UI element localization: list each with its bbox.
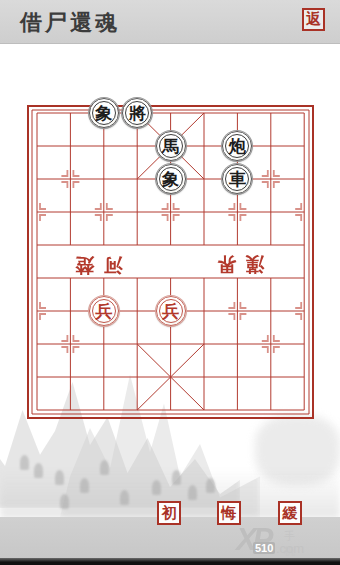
watermark-dotcom: .com: [276, 541, 304, 556]
piece-black-elephant-a[interactable]: 象: [89, 98, 119, 128]
header-bar: 借尸還魂 返: [0, 0, 340, 44]
delay-button[interactable]: 緩: [278, 501, 302, 525]
watermark-510: 510: [253, 542, 275, 554]
piece-black-general[interactable]: 將: [122, 98, 152, 128]
pieces-layer: 象將馬炮象車兵兵: [0, 0, 340, 565]
piece-red-pawn-a[interactable]: 兵: [89, 296, 119, 326]
screen-bottom-bar: [0, 558, 340, 565]
app-screen: 楚 河 界 漢 象將馬炮象車兵兵 借尸還魂 返 初 悔 緩 XP 手机之家 51…: [0, 0, 340, 565]
page-title: 借尸還魂: [20, 8, 120, 38]
piece-black-chariot[interactable]: 車: [222, 164, 252, 194]
piece-black-horse[interactable]: 馬: [156, 131, 186, 161]
piece-black-elephant-b[interactable]: 象: [156, 164, 186, 194]
restart-button[interactable]: 初: [157, 501, 181, 525]
piece-black-cannon[interactable]: 炮: [222, 131, 252, 161]
back-button[interactable]: 返: [302, 8, 325, 31]
piece-red-pawn-b[interactable]: 兵: [156, 296, 186, 326]
